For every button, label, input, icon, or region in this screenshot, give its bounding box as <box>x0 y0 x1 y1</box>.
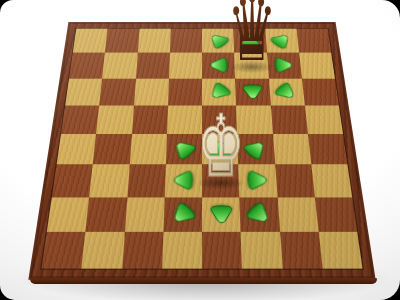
square-a7[interactable] <box>69 53 105 79</box>
square-b8[interactable] <box>105 29 139 53</box>
square-d7[interactable] <box>169 53 202 79</box>
square-b3[interactable] <box>89 164 129 196</box>
square-h5[interactable] <box>305 105 343 134</box>
board-bottom-edge <box>30 278 377 284</box>
square-g2[interactable] <box>277 197 318 232</box>
square-e1[interactable] <box>202 232 242 269</box>
square-b5[interactable] <box>96 105 133 134</box>
square-g4[interactable] <box>273 134 312 164</box>
square-c5[interactable] <box>132 105 168 134</box>
square-a2[interactable] <box>47 197 90 232</box>
square-f1[interactable] <box>241 232 282 269</box>
square-a1[interactable] <box>41 232 85 269</box>
square-h8[interactable] <box>296 29 331 53</box>
black-queen-glyph: ♛ <box>227 0 277 74</box>
square-c6[interactable] <box>134 78 169 105</box>
square-h1[interactable] <box>318 232 362 269</box>
screenshot-frame: ♛♚ <box>0 0 400 300</box>
square-c8[interactable] <box>137 29 170 53</box>
square-b4[interactable] <box>93 134 132 164</box>
square-b7[interactable] <box>102 53 137 79</box>
square-a3[interactable] <box>52 164 93 196</box>
move-marker-e2[interactable] <box>209 205 233 224</box>
square-b6[interactable] <box>99 78 135 105</box>
black-queen[interactable]: ♛ <box>211 0 292 74</box>
square-h3[interactable] <box>311 164 352 196</box>
square-c3[interactable] <box>127 164 166 196</box>
square-c2[interactable] <box>124 197 164 232</box>
square-b1[interactable] <box>82 232 125 269</box>
square-h4[interactable] <box>308 134 348 164</box>
square-a5[interactable] <box>61 105 99 134</box>
square-g1[interactable] <box>280 232 323 269</box>
square-b2[interactable] <box>86 197 127 232</box>
square-g3[interactable] <box>275 164 315 196</box>
square-a4[interactable] <box>57 134 97 164</box>
square-c7[interactable] <box>136 53 170 79</box>
square-a8[interactable] <box>73 29 108 53</box>
square-d1[interactable] <box>162 232 202 269</box>
square-c1[interactable] <box>122 232 163 269</box>
square-h6[interactable] <box>302 78 339 105</box>
app-background: ♛♚ <box>0 0 400 300</box>
square-h7[interactable] <box>299 53 335 79</box>
square-c4[interactable] <box>129 134 166 164</box>
square-a6[interactable] <box>65 78 102 105</box>
square-d8[interactable] <box>170 29 202 53</box>
square-h2[interactable] <box>315 197 358 232</box>
white-king[interactable]: ♚ <box>182 103 259 189</box>
white-king-glyph: ♚ <box>197 103 245 189</box>
move-marker-f6[interactable] <box>242 84 264 99</box>
square-g5[interactable] <box>270 105 307 134</box>
